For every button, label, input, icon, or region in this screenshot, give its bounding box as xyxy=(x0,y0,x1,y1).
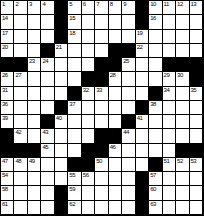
clue-number: 27 xyxy=(15,72,21,79)
clue-number: 16 xyxy=(150,15,156,22)
grid-cell[interactable] xyxy=(190,15,203,29)
grid-cell[interactable] xyxy=(68,144,81,158)
clue-number: 18 xyxy=(69,30,75,37)
black-cell xyxy=(14,144,27,158)
clue-number: 50 xyxy=(96,158,102,165)
grid-cell[interactable]: 62 xyxy=(68,201,81,215)
grid-cell[interactable] xyxy=(28,87,41,101)
clue-number: 42 xyxy=(15,129,21,136)
grid-cell[interactable] xyxy=(122,172,135,186)
black-cell xyxy=(82,158,95,172)
clue-number: 2 xyxy=(15,1,18,8)
grid-cell[interactable]: 54 xyxy=(1,172,14,186)
grid-cell[interactable] xyxy=(122,87,135,101)
clue-number: 52 xyxy=(177,158,183,165)
grid-cell[interactable]: 37 xyxy=(68,101,81,115)
grid-cell[interactable]: 7 xyxy=(95,1,108,15)
grid-cell[interactable]: 42 xyxy=(14,129,27,143)
grid-cell[interactable] xyxy=(28,186,41,200)
grid-cell[interactable] xyxy=(95,101,108,115)
clue-number: 28 xyxy=(110,72,116,79)
black-cell xyxy=(68,158,81,172)
grid-cell[interactable] xyxy=(28,30,41,44)
grid-cell[interactable]: 5 xyxy=(68,1,81,15)
grid-cell[interactable]: 21 xyxy=(55,44,68,58)
grid-cell[interactable] xyxy=(109,201,122,215)
clue-number: 6 xyxy=(83,1,86,8)
grid-cell[interactable]: 16 xyxy=(149,15,162,29)
black-cell xyxy=(55,201,68,215)
grid-cell[interactable]: 14 xyxy=(1,15,14,29)
clue-number: 61 xyxy=(2,201,8,208)
grid-cell[interactable]: 20 xyxy=(1,44,14,58)
black-cell xyxy=(109,44,122,58)
grid-cell[interactable]: 29 xyxy=(163,72,176,86)
grid-cell[interactable] xyxy=(149,58,162,72)
grid-cell[interactable]: 43 xyxy=(41,129,54,143)
grid-cell[interactable] xyxy=(109,158,122,172)
clue-number: 45 xyxy=(42,144,48,151)
clue-number: 51 xyxy=(164,158,170,165)
grid-cell[interactable]: 51 xyxy=(163,158,176,172)
grid-cell[interactable] xyxy=(176,186,189,200)
grid-cell[interactable] xyxy=(82,58,95,72)
grid-cell[interactable]: 46 xyxy=(109,144,122,158)
grid-cell[interactable] xyxy=(109,101,122,115)
black-cell xyxy=(190,72,203,86)
grid-cell[interactable] xyxy=(136,58,149,72)
grid-cell[interactable]: 13 xyxy=(190,1,203,15)
clue-number: 39 xyxy=(2,115,8,122)
grid-cell[interactable] xyxy=(163,144,176,158)
black-cell xyxy=(136,15,149,29)
grid-cell[interactable] xyxy=(176,129,189,143)
grid-cell[interactable] xyxy=(190,30,203,44)
grid-cell[interactable] xyxy=(163,30,176,44)
grid-cell[interactable] xyxy=(109,30,122,44)
grid-cell[interactable] xyxy=(41,186,54,200)
grid-cell[interactable] xyxy=(122,186,135,200)
black-cell xyxy=(55,30,68,44)
grid-cell[interactable]: 30 xyxy=(176,72,189,86)
crossword-grid: 1234567891011121314151617181920212223242… xyxy=(0,0,204,216)
clue-number: 44 xyxy=(123,129,129,136)
black-cell xyxy=(136,1,149,15)
grid-cell[interactable]: 58 xyxy=(1,186,14,200)
clue-number: 9 xyxy=(123,1,126,8)
grid-cell[interactable] xyxy=(95,186,108,200)
grid-cell[interactable] xyxy=(28,72,41,86)
clue-number: 34 xyxy=(164,87,170,94)
clue-number: 17 xyxy=(2,30,8,37)
grid-cell[interactable] xyxy=(163,44,176,58)
grid-cell[interactable]: 35 xyxy=(190,87,203,101)
grid-cell[interactable] xyxy=(122,15,135,29)
black-cell xyxy=(95,129,108,143)
grid-cell[interactable]: 10 xyxy=(149,1,162,15)
grid-cell[interactable] xyxy=(190,186,203,200)
grid-cell[interactable]: 50 xyxy=(95,158,108,172)
grid-cell[interactable]: 32 xyxy=(82,87,95,101)
grid-cell[interactable] xyxy=(163,201,176,215)
grid-cell[interactable] xyxy=(190,101,203,115)
black-cell xyxy=(1,58,14,72)
grid-cell[interactable]: 1 xyxy=(1,1,14,15)
grid-cell[interactable]: 52 xyxy=(176,158,189,172)
clue-number: 60 xyxy=(150,186,156,193)
clue-number: 36 xyxy=(2,101,8,108)
grid-cell[interactable] xyxy=(28,201,41,215)
grid-cell[interactable] xyxy=(109,172,122,186)
grid-cell[interactable] xyxy=(55,129,68,143)
clue-number: 24 xyxy=(42,58,48,65)
grid-cell[interactable] xyxy=(163,115,176,129)
grid-cell[interactable]: 17 xyxy=(1,30,14,44)
grid-cell[interactable] xyxy=(176,15,189,29)
grid-cell[interactable] xyxy=(149,129,162,143)
grid-cell[interactable] xyxy=(14,44,27,58)
grid-cell[interactable] xyxy=(190,115,203,129)
clue-number: 29 xyxy=(164,72,170,79)
grid-cell[interactable]: 22 xyxy=(136,44,149,58)
clue-number: 56 xyxy=(83,172,89,179)
grid-cell[interactable]: 48 xyxy=(14,158,27,172)
grid-cell[interactable] xyxy=(95,30,108,44)
clue-number: 54 xyxy=(2,172,8,179)
clue-number: 21 xyxy=(56,44,62,51)
clue-number: 33 xyxy=(96,87,102,94)
grid-cell[interactable]: 57 xyxy=(149,172,162,186)
grid-cell[interactable]: 60 xyxy=(149,186,162,200)
grid-cell[interactable] xyxy=(176,115,189,129)
grid-cell[interactable] xyxy=(41,15,54,29)
clue-number: 43 xyxy=(42,129,48,136)
grid-cell[interactable] xyxy=(163,172,176,186)
grid-cell[interactable] xyxy=(122,72,135,86)
grid-cell[interactable] xyxy=(55,144,68,158)
grid-cell[interactable] xyxy=(163,186,176,200)
grid-cell[interactable]: 15 xyxy=(68,15,81,29)
grid-cell[interactable] xyxy=(28,115,41,129)
grid-cell[interactable] xyxy=(28,172,41,186)
grid-cell[interactable] xyxy=(109,186,122,200)
clue-number: 11 xyxy=(164,1,169,8)
grid-cell[interactable] xyxy=(55,87,68,101)
grid-cell[interactable]: 34 xyxy=(163,87,176,101)
grid-cell[interactable]: 9 xyxy=(122,1,135,15)
grid-cell[interactable] xyxy=(176,101,189,115)
black-cell xyxy=(55,15,68,29)
clue-number: 22 xyxy=(137,44,143,51)
grid-cell[interactable] xyxy=(68,72,81,86)
black-cell xyxy=(1,129,14,143)
grid-cell[interactable]: 41 xyxy=(136,115,149,129)
grid-cell[interactable] xyxy=(163,15,176,29)
grid-cell[interactable] xyxy=(28,44,41,58)
grid-cell[interactable]: 45 xyxy=(41,144,54,158)
grid-cell[interactable] xyxy=(82,186,95,200)
grid-cell[interactable] xyxy=(14,101,27,115)
clue-number: 12 xyxy=(177,1,183,8)
grid-cell[interactable] xyxy=(55,58,68,72)
clue-number: 23 xyxy=(29,58,35,65)
grid-cell[interactable]: 18 xyxy=(68,30,81,44)
clue-number: 59 xyxy=(69,186,75,193)
grid-cell[interactable] xyxy=(149,72,162,86)
grid-cell[interactable] xyxy=(176,44,189,58)
black-cell xyxy=(149,158,162,172)
grid-cell[interactable] xyxy=(95,15,108,29)
clue-number: 35 xyxy=(191,87,197,94)
black-cell xyxy=(41,115,54,129)
grid-cell[interactable] xyxy=(136,144,149,158)
grid-cell[interactable]: 19 xyxy=(136,30,149,44)
clue-number: 13 xyxy=(191,1,197,8)
clue-number: 41 xyxy=(137,115,143,122)
grid-cell[interactable]: 6 xyxy=(82,1,95,15)
grid-cell[interactable]: 36 xyxy=(1,101,14,115)
grid-cell[interactable] xyxy=(109,87,122,101)
clue-number: 30 xyxy=(177,72,183,79)
clue-number: 3 xyxy=(29,1,32,8)
grid-cell[interactable]: 53 xyxy=(190,158,203,172)
grid-cell[interactable] xyxy=(176,87,189,101)
grid-cell[interactable] xyxy=(28,129,41,143)
grid-cell[interactable] xyxy=(41,87,54,101)
grid-cell[interactable] xyxy=(176,172,189,186)
grid-cell[interactable]: 8 xyxy=(109,1,122,15)
grid-cell[interactable]: 2 xyxy=(14,1,27,15)
black-cell xyxy=(149,87,162,101)
clue-number: 31 xyxy=(2,87,8,94)
grid-cell[interactable] xyxy=(95,201,108,215)
grid-cell[interactable] xyxy=(163,129,176,143)
grid-cell[interactable]: 63 xyxy=(149,201,162,215)
grid-cell[interactable]: 28 xyxy=(109,72,122,86)
black-cell xyxy=(122,44,135,58)
clue-number: 14 xyxy=(2,15,8,22)
grid-cell[interactable] xyxy=(190,129,203,143)
grid-cell[interactable] xyxy=(14,172,27,186)
grid-cell[interactable]: 23 xyxy=(28,58,41,72)
clue-number: 47 xyxy=(2,158,8,165)
clue-number: 7 xyxy=(96,1,99,8)
black-cell xyxy=(82,144,95,158)
grid-cell[interactable] xyxy=(82,201,95,215)
clue-number: 38 xyxy=(150,101,156,108)
grid-cell[interactable]: 56 xyxy=(82,172,95,186)
grid-cell[interactable] xyxy=(14,186,27,200)
clue-number: 15 xyxy=(69,15,75,22)
black-cell xyxy=(41,44,54,58)
black-cell xyxy=(176,144,189,158)
clue-number: 48 xyxy=(15,158,21,165)
clue-number: 49 xyxy=(29,158,35,165)
grid-cell[interactable] xyxy=(68,44,81,58)
grid-cell[interactable] xyxy=(55,172,68,186)
black-cell xyxy=(136,186,149,200)
grid-cell[interactable]: 47 xyxy=(1,158,14,172)
grid-cell[interactable] xyxy=(163,101,176,115)
grid-cell[interactable]: 61 xyxy=(1,201,14,215)
grid-cell[interactable] xyxy=(109,15,122,29)
clue-number: 26 xyxy=(2,72,8,79)
clue-number: 55 xyxy=(69,172,75,179)
grid-cell[interactable] xyxy=(136,158,149,172)
clue-number: 62 xyxy=(69,201,75,208)
grid-cell[interactable] xyxy=(95,115,108,129)
black-cell xyxy=(163,58,176,72)
grid-cell[interactable] xyxy=(14,87,27,101)
grid-cell[interactable] xyxy=(14,115,27,129)
clue-number: 53 xyxy=(191,158,197,165)
clue-number: 32 xyxy=(83,87,89,94)
grid-cell[interactable] xyxy=(122,144,135,158)
grid-cell[interactable] xyxy=(68,129,81,143)
grid-cell[interactable] xyxy=(149,30,162,44)
grid-cell[interactable]: 24 xyxy=(41,58,54,72)
grid-cell[interactable] xyxy=(68,58,81,72)
grid-cell[interactable] xyxy=(136,129,149,143)
grid-cell[interactable] xyxy=(122,30,135,44)
grid-cell[interactable] xyxy=(109,115,122,129)
black-cell xyxy=(55,101,68,115)
black-cell xyxy=(190,144,203,158)
clue-number: 20 xyxy=(2,44,8,51)
grid-cell[interactable] xyxy=(122,101,135,115)
black-cell xyxy=(14,58,27,72)
grid-cell[interactable] xyxy=(14,201,27,215)
grid-cell[interactable] xyxy=(28,15,41,29)
grid-cell[interactable] xyxy=(55,158,68,172)
grid-cell[interactable] xyxy=(82,30,95,44)
grid-cell[interactable] xyxy=(149,144,162,158)
clue-number: 57 xyxy=(150,172,156,179)
clue-number: 46 xyxy=(110,144,116,151)
grid-cell[interactable] xyxy=(122,201,135,215)
grid-cell[interactable] xyxy=(41,30,54,44)
black-cell xyxy=(28,144,41,158)
grid-cell[interactable]: 27 xyxy=(14,72,27,86)
grid-cell[interactable]: 25 xyxy=(122,58,135,72)
grid-cell[interactable] xyxy=(82,115,95,129)
grid-cell[interactable] xyxy=(149,44,162,58)
grid-cell[interactable] xyxy=(55,72,68,86)
black-cell xyxy=(109,129,122,143)
grid-cell[interactable] xyxy=(28,101,41,115)
clue-number: 19 xyxy=(137,30,143,37)
grid-cell[interactable]: 55 xyxy=(68,172,81,186)
grid-cell[interactable] xyxy=(95,44,108,58)
grid-cell[interactable] xyxy=(14,30,27,44)
clue-number: 1 xyxy=(2,1,5,8)
grid-cell[interactable] xyxy=(82,44,95,58)
grid-cell[interactable]: 33 xyxy=(95,87,108,101)
grid-cell[interactable] xyxy=(176,30,189,44)
black-cell xyxy=(95,58,108,72)
black-cell xyxy=(176,58,189,72)
clue-number: 4 xyxy=(42,1,45,8)
grid-cell[interactable]: 3 xyxy=(28,1,41,15)
grid-cell[interactable] xyxy=(136,87,149,101)
grid-cell[interactable] xyxy=(68,115,81,129)
clue-number: 58 xyxy=(2,186,8,193)
grid-cell[interactable]: 4 xyxy=(41,1,54,15)
clue-number: 37 xyxy=(69,101,75,108)
grid-cell[interactable]: 12 xyxy=(176,1,189,15)
grid-cell[interactable] xyxy=(136,72,149,86)
clue-number: 8 xyxy=(110,1,113,8)
black-cell xyxy=(82,72,95,86)
black-cell xyxy=(55,186,68,200)
grid-cell[interactable]: 38 xyxy=(149,101,162,115)
black-cell xyxy=(136,172,149,186)
grid-cell[interactable] xyxy=(190,172,203,186)
clue-number: 40 xyxy=(56,115,62,122)
grid-cell[interactable] xyxy=(190,44,203,58)
black-cell xyxy=(68,87,81,101)
black-cell xyxy=(1,144,14,158)
clue-number: 10 xyxy=(150,1,156,8)
grid-cell[interactable]: 11 xyxy=(163,1,176,15)
grid-cell[interactable]: 31 xyxy=(1,87,14,101)
black-cell xyxy=(95,72,108,86)
grid-cell[interactable] xyxy=(41,201,54,215)
black-cell xyxy=(122,115,135,129)
black-cell xyxy=(109,58,122,72)
grid-cell[interactable] xyxy=(82,101,95,115)
grid-cell[interactable]: 26 xyxy=(1,72,14,86)
grid-cell[interactable] xyxy=(190,201,203,215)
grid-cell[interactable] xyxy=(14,15,27,29)
grid-cell[interactable]: 40 xyxy=(55,115,68,129)
grid-cell[interactable]: 49 xyxy=(28,158,41,172)
clue-number: 63 xyxy=(150,201,156,208)
grid-cell[interactable] xyxy=(82,15,95,29)
black-cell xyxy=(190,58,203,72)
black-cell xyxy=(136,201,149,215)
clue-number: 5 xyxy=(69,1,72,8)
grid-cell[interactable] xyxy=(95,172,108,186)
grid-cell[interactable] xyxy=(176,201,189,215)
black-cell xyxy=(55,1,68,15)
grid-cell[interactable]: 39 xyxy=(1,115,14,129)
grid-cell[interactable] xyxy=(41,72,54,86)
grid-cell[interactable] xyxy=(41,101,54,115)
grid-cell[interactable] xyxy=(149,115,162,129)
black-cell xyxy=(136,101,149,115)
clue-number: 25 xyxy=(123,58,129,65)
black-cell xyxy=(95,144,108,158)
grid-cell[interactable] xyxy=(41,172,54,186)
grid-cell[interactable] xyxy=(82,129,95,143)
grid-cell[interactable]: 44 xyxy=(122,129,135,143)
grid-cell[interactable] xyxy=(122,158,135,172)
grid-cell[interactable] xyxy=(41,158,54,172)
grid-cell[interactable]: 59 xyxy=(68,186,81,200)
